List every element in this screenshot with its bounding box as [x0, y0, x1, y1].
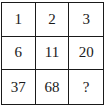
grid-cell-r3c1: 37 — [2, 70, 36, 104]
grid-cell-r3c2: 68 — [36, 70, 70, 104]
grid-cell-r3c3-unknown: ? — [69, 70, 103, 104]
grid-cell-r1c2: 2 — [36, 3, 70, 37]
grid-cell-r2c1: 6 — [2, 37, 36, 71]
grid-cell-r2c3: 20 — [69, 37, 103, 71]
grid-cell-r1c3: 3 — [69, 3, 103, 37]
grid-cell-r1c1: 1 — [2, 3, 36, 37]
number-puzzle-grid: 1 2 3 6 11 20 37 68 ? — [1, 2, 104, 105]
grid-cell-r2c2: 11 — [36, 37, 70, 71]
